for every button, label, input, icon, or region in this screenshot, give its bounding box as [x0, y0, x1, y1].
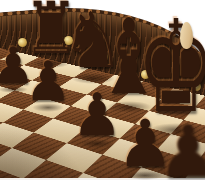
brass-inlay-icon — [18, 38, 27, 47]
brass-inlay-icon — [192, 82, 201, 91]
photo-edge — [0, 178, 205, 180]
piece-shadow — [126, 171, 164, 180]
king-finial — [180, 22, 193, 49]
brass-inlay-icon — [64, 36, 73, 45]
brass-inlay-icon — [99, 53, 108, 62]
chess-set-photo: ♜♞♟♟♝♚♟♟♟ — [0, 0, 205, 180]
piece-shadow — [32, 103, 64, 111]
piece-shadow — [71, 73, 114, 84]
piece-shadow — [80, 139, 115, 148]
brass-inlay-icon — [141, 70, 150, 79]
